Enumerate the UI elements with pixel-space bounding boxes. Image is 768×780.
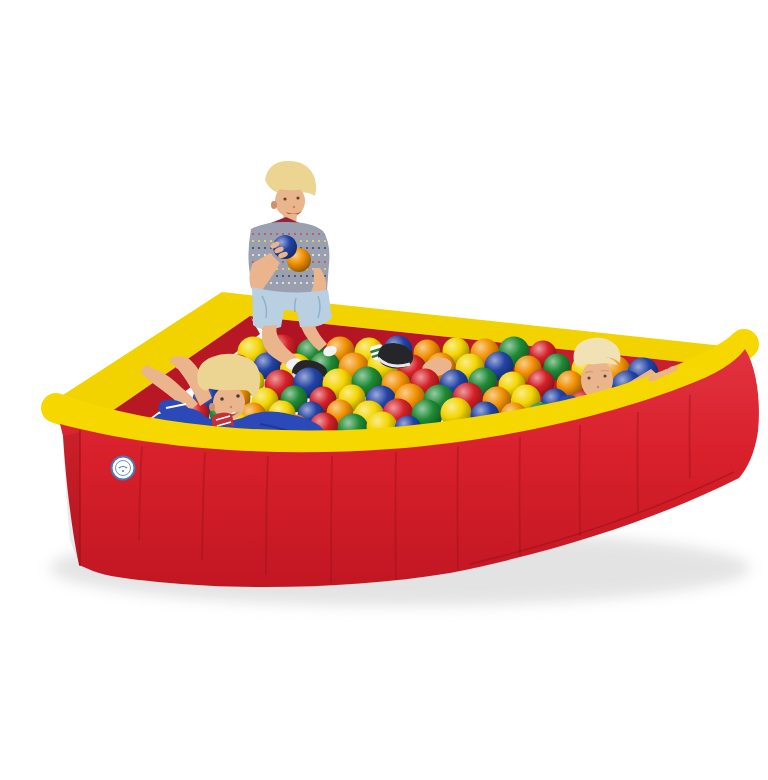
product-photo-canvas xyxy=(0,0,768,780)
scene-illustration xyxy=(0,0,768,780)
logo-badge xyxy=(112,457,135,480)
